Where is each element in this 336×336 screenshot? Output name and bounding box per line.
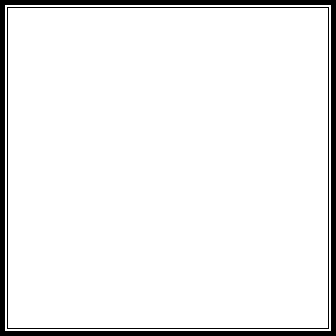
chess-board[interactable] <box>8 8 328 328</box>
board-inner-border <box>7 7 329 329</box>
board-outer-border <box>0 0 336 336</box>
